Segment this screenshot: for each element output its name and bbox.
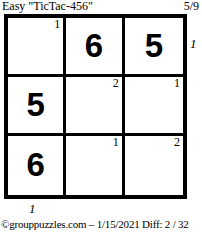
cell-r1c2[interactable]: 6 — [66, 18, 124, 77]
puzzle-header: Easy "TicTac-456" 5/9 — [2, 0, 199, 13]
cell-r2c3[interactable]: 1 — [125, 77, 183, 136]
corner-clue: 1 — [54, 18, 60, 31]
corner-clue: 2 — [113, 77, 119, 90]
cell-r3c2[interactable]: 1 — [66, 136, 124, 195]
col1-outer-label: 1 — [29, 202, 36, 215]
cell-value: 5 — [145, 29, 163, 62]
row1-outer-label: 1 — [190, 37, 197, 50]
tictac-grid: 165521612 — [4, 14, 187, 199]
corner-clue: 1 — [174, 77, 180, 90]
puzzle-page: Easy "TicTac-456" 5/9 165521612 1 1 ©gro… — [0, 0, 202, 233]
cell-value: 6 — [85, 29, 103, 62]
copyright-footer: ©grouppuzzles.com – 1/15/2021 Diff: 2 / … — [1, 218, 201, 230]
corner-clue: 2 — [174, 136, 180, 149]
cell-r1c3[interactable]: 5 — [125, 18, 183, 77]
cell-r1c1[interactable]: 1 — [8, 18, 66, 77]
cell-value: 5 — [26, 88, 44, 121]
cell-value: 6 — [26, 148, 44, 181]
page-indicator: 5/9 — [184, 0, 199, 13]
cell-r3c3[interactable]: 2 — [125, 136, 183, 195]
cell-r3c1[interactable]: 6 — [8, 136, 66, 195]
cell-r2c1[interactable]: 5 — [8, 77, 66, 136]
corner-clue: 1 — [113, 136, 119, 149]
puzzle-title: Easy "TicTac-456" — [2, 0, 93, 13]
cell-r2c2[interactable]: 2 — [66, 77, 124, 136]
